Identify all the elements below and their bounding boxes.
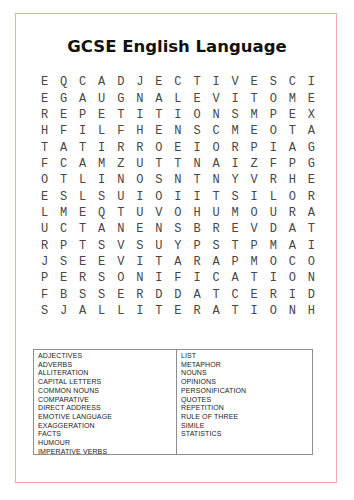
grid-cell: L bbox=[92, 303, 111, 319]
grid-cell: A bbox=[73, 90, 92, 106]
grid-cell: Z bbox=[111, 156, 130, 172]
grid-cell: R bbox=[130, 286, 149, 302]
grid-cell: N bbox=[168, 123, 187, 139]
grid-cell: G bbox=[54, 90, 73, 106]
grid-cell: P bbox=[35, 270, 54, 286]
word-bank-item: CAPITAL LETTERS bbox=[38, 378, 176, 387]
grid-cell: O bbox=[111, 270, 130, 286]
grid-cell: T bbox=[149, 303, 168, 319]
grid-cell: L bbox=[35, 205, 54, 221]
grid-cell: E bbox=[149, 123, 168, 139]
grid-cell: B bbox=[54, 286, 73, 302]
grid-cell: T bbox=[54, 172, 73, 188]
word-bank-item: EXAGGERATION bbox=[38, 422, 176, 431]
word-bank-item: EMOTIVE LANGUAGE bbox=[38, 413, 176, 422]
grid-cell: L bbox=[73, 172, 92, 188]
grid-cell: N bbox=[207, 172, 226, 188]
grid-cell: M bbox=[226, 123, 245, 139]
grid-cell: A bbox=[188, 286, 207, 302]
grid-cell: U bbox=[111, 188, 130, 204]
grid-cell: S bbox=[54, 188, 73, 204]
grid-cell: I bbox=[73, 123, 92, 139]
grid-cell: H bbox=[283, 172, 302, 188]
grid-cell: S bbox=[92, 188, 111, 204]
grid-cell: I bbox=[226, 90, 245, 106]
grid-cell: V bbox=[245, 172, 264, 188]
grid-cell: A bbox=[302, 123, 321, 139]
grid-cell: R bbox=[302, 188, 321, 204]
word-bank-item: SIMILE bbox=[181, 422, 312, 431]
grid-cell: O bbox=[283, 270, 302, 286]
grid-cell: S bbox=[92, 237, 111, 253]
grid-cell: O bbox=[302, 254, 321, 270]
grid-cell: E bbox=[188, 90, 207, 106]
word-bank-item: FACTS bbox=[38, 430, 176, 439]
word-bank-item: PERSONIFICATION bbox=[181, 387, 312, 396]
grid-cell: T bbox=[73, 237, 92, 253]
grid-cell: S bbox=[54, 254, 73, 270]
grid-cell: A bbox=[207, 156, 226, 172]
grid-cell: J bbox=[54, 303, 73, 319]
grid-cell: I bbox=[245, 188, 264, 204]
grid-cell: S bbox=[92, 270, 111, 286]
grid-cell: E bbox=[283, 107, 302, 123]
grid-cell: E bbox=[302, 90, 321, 106]
grid-cell: C bbox=[283, 74, 302, 90]
grid-cell: S bbox=[264, 74, 283, 90]
grid-cell: N bbox=[130, 270, 149, 286]
grid-cell: O bbox=[283, 188, 302, 204]
grid-cell: T bbox=[149, 156, 168, 172]
grid-cell: E bbox=[168, 303, 187, 319]
grid-cell: I bbox=[302, 74, 321, 90]
grid-cell: E bbox=[226, 221, 245, 237]
grid-cell: L bbox=[264, 188, 283, 204]
grid-cell: I bbox=[149, 270, 168, 286]
grid-cell: N bbox=[283, 303, 302, 319]
grid-cell: R bbox=[130, 139, 149, 155]
grid-cell: T bbox=[302, 221, 321, 237]
word-bank-item: ALLITERATION bbox=[38, 369, 176, 378]
grid-cell: A bbox=[92, 221, 111, 237]
grid-cell: E bbox=[245, 123, 264, 139]
grid-cell: S bbox=[226, 188, 245, 204]
grid-cell: F bbox=[54, 123, 73, 139]
word-bank-item: DIRECT ADDRESS bbox=[38, 404, 176, 413]
letter-grid: EQCADJECTIVESCIEGAUGNALEVITOMEREPETITION… bbox=[35, 74, 321, 319]
grid-cell: E bbox=[92, 107, 111, 123]
grid-cell: L bbox=[73, 188, 92, 204]
grid-cell: I bbox=[245, 303, 264, 319]
grid-cell: M bbox=[245, 254, 264, 270]
grid-cell: I bbox=[188, 188, 207, 204]
grid-cell: B bbox=[188, 221, 207, 237]
word-bank-item: REPETITION bbox=[181, 404, 312, 413]
grid-cell: A bbox=[149, 90, 168, 106]
grid-cell: T bbox=[207, 286, 226, 302]
grid-cell: U bbox=[149, 237, 168, 253]
grid-cell: D bbox=[168, 286, 187, 302]
grid-cell: I bbox=[168, 107, 187, 123]
grid-cell: E bbox=[149, 74, 168, 90]
grid-cell: E bbox=[130, 221, 149, 237]
grid-cell: I bbox=[130, 188, 149, 204]
grid-cell: F bbox=[111, 123, 130, 139]
grid-cell: T bbox=[111, 107, 130, 123]
word-bank-item: LIST bbox=[181, 352, 312, 361]
grid-cell: P bbox=[245, 139, 264, 155]
grid-cell: C bbox=[226, 286, 245, 302]
grid-cell: H bbox=[35, 123, 54, 139]
grid-cell: A bbox=[283, 139, 302, 155]
grid-cell: E bbox=[92, 254, 111, 270]
grid-cell: P bbox=[264, 107, 283, 123]
grid-cell: N bbox=[130, 90, 149, 106]
grid-cell: T bbox=[226, 303, 245, 319]
grid-cell: O bbox=[207, 139, 226, 155]
grid-cell: N bbox=[111, 172, 130, 188]
grid-cell: P bbox=[54, 237, 73, 253]
grid-cell: H bbox=[130, 123, 149, 139]
grid-cell: N bbox=[111, 221, 130, 237]
grid-cell: A bbox=[73, 303, 92, 319]
grid-cell: U bbox=[264, 205, 283, 221]
grid-cell: S bbox=[130, 237, 149, 253]
grid-cell: R bbox=[35, 107, 54, 123]
grid-cell: E bbox=[73, 254, 92, 270]
page-title: GCSE English Language bbox=[0, 37, 354, 56]
grid-cell: G bbox=[302, 139, 321, 155]
grid-cell: Q bbox=[92, 205, 111, 221]
grid-cell: T bbox=[73, 139, 92, 155]
grid-cell: Y bbox=[226, 172, 245, 188]
grid-cell: H bbox=[302, 303, 321, 319]
grid-cell: I bbox=[264, 139, 283, 155]
grid-cell: M bbox=[245, 107, 264, 123]
word-bank-item: METAPHOR bbox=[181, 361, 312, 370]
grid-cell: S bbox=[35, 303, 54, 319]
grid-cell: E bbox=[111, 286, 130, 302]
grid-cell: N bbox=[207, 107, 226, 123]
grid-cell: E bbox=[245, 74, 264, 90]
grid-cell: N bbox=[149, 221, 168, 237]
grid-cell: O bbox=[130, 172, 149, 188]
grid-cell: R bbox=[207, 221, 226, 237]
grid-cell: U bbox=[92, 90, 111, 106]
grid-cell: A bbox=[207, 254, 226, 270]
grid-cell: V bbox=[226, 74, 245, 90]
word-bank-item: COMMON NOUNS bbox=[38, 387, 176, 396]
grid-cell: U bbox=[130, 156, 149, 172]
grid-cell: Y bbox=[168, 237, 187, 253]
grid-cell: R bbox=[264, 172, 283, 188]
grid-cell: P bbox=[188, 237, 207, 253]
grid-cell: S bbox=[149, 172, 168, 188]
grid-cell: L bbox=[168, 90, 187, 106]
grid-cell: P bbox=[283, 156, 302, 172]
grid-cell: I bbox=[130, 303, 149, 319]
grid-cell: M bbox=[283, 90, 302, 106]
grid-cell: R bbox=[226, 139, 245, 155]
grid-cell: A bbox=[283, 237, 302, 253]
word-bank-item: IMPERATIVE VERBS bbox=[38, 448, 176, 457]
grid-cell: X bbox=[302, 107, 321, 123]
grid-cell: T bbox=[245, 90, 264, 106]
grid-cell: I bbox=[168, 188, 187, 204]
grid-cell: U bbox=[207, 205, 226, 221]
grid-cell: R bbox=[264, 286, 283, 302]
grid-cell: O bbox=[168, 205, 187, 221]
grid-cell: R bbox=[73, 270, 92, 286]
grid-cell: T bbox=[149, 107, 168, 123]
grid-cell: A bbox=[73, 156, 92, 172]
word-bank-item: HUMOUR bbox=[38, 439, 176, 448]
grid-cell: J bbox=[130, 74, 149, 90]
grid-cell: C bbox=[54, 221, 73, 237]
word-bank-item: QUOTES bbox=[181, 396, 312, 405]
grid-cell: O bbox=[264, 303, 283, 319]
grid-cell: I bbox=[302, 237, 321, 253]
grid-cell: F bbox=[35, 286, 54, 302]
grid-cell: P bbox=[245, 237, 264, 253]
grid-cell: E bbox=[245, 286, 264, 302]
grid-cell: O bbox=[149, 139, 168, 155]
grid-cell: L bbox=[92, 123, 111, 139]
word-bank-item: COMPARATIVE bbox=[38, 396, 176, 405]
grid-cell: T bbox=[226, 237, 245, 253]
grid-cell: S bbox=[188, 123, 207, 139]
grid-cell: E bbox=[54, 107, 73, 123]
grid-cell: G bbox=[111, 90, 130, 106]
grid-cell: C bbox=[283, 254, 302, 270]
grid-cell: E bbox=[168, 139, 187, 155]
grid-cell: S bbox=[226, 107, 245, 123]
grid-cell: V bbox=[111, 254, 130, 270]
grid-cell: N bbox=[302, 270, 321, 286]
grid-cell: T bbox=[188, 172, 207, 188]
grid-cell: C bbox=[207, 270, 226, 286]
grid-cell: R bbox=[111, 139, 130, 155]
grid-cell: J bbox=[35, 254, 54, 270]
grid-cell: A bbox=[54, 139, 73, 155]
grid-cell: N bbox=[188, 156, 207, 172]
grid-cell: M bbox=[264, 237, 283, 253]
grid-cell: G bbox=[302, 156, 321, 172]
grid-cell: I bbox=[226, 156, 245, 172]
grid-cell: H bbox=[188, 205, 207, 221]
grid-cell: L bbox=[111, 303, 130, 319]
word-bank-item: ADJECTIVES bbox=[38, 352, 176, 361]
grid-cell: U bbox=[130, 205, 149, 221]
grid-cell: P bbox=[226, 254, 245, 270]
grid-cell: Z bbox=[245, 156, 264, 172]
grid-cell: D bbox=[302, 286, 321, 302]
grid-cell: I bbox=[92, 172, 111, 188]
grid-cell: I bbox=[207, 74, 226, 90]
grid-cell: D bbox=[264, 221, 283, 237]
grid-cell: M bbox=[226, 205, 245, 221]
grid-cell: O bbox=[264, 123, 283, 139]
grid-cell: S bbox=[92, 286, 111, 302]
grid-cell: C bbox=[168, 74, 187, 90]
grid-cell: C bbox=[54, 156, 73, 172]
grid-cell: A bbox=[207, 303, 226, 319]
word-bank-item: ADVERBS bbox=[38, 361, 176, 370]
grid-cell: T bbox=[149, 254, 168, 270]
grid-cell: S bbox=[73, 286, 92, 302]
grid-cell: N bbox=[168, 172, 187, 188]
grid-cell: C bbox=[207, 123, 226, 139]
grid-cell: S bbox=[207, 237, 226, 253]
grid-cell: R bbox=[35, 237, 54, 253]
grid-cell: O bbox=[149, 188, 168, 204]
word-bank-item: NOUNS bbox=[181, 369, 312, 378]
grid-cell: E bbox=[73, 205, 92, 221]
grid-cell: V bbox=[207, 90, 226, 106]
grid-cell: V bbox=[245, 221, 264, 237]
grid-cell: V bbox=[111, 237, 130, 253]
grid-cell: E bbox=[35, 90, 54, 106]
grid-cell: R bbox=[188, 303, 207, 319]
word-bank-item: RULE OF THREE bbox=[181, 413, 312, 422]
grid-cell: F bbox=[264, 156, 283, 172]
grid-cell: A bbox=[283, 221, 302, 237]
grid-cell: R bbox=[283, 205, 302, 221]
grid-cell: D bbox=[149, 286, 168, 302]
grid-cell: I bbox=[188, 270, 207, 286]
grid-cell: S bbox=[168, 221, 187, 237]
grid-cell: P bbox=[73, 107, 92, 123]
grid-cell: E bbox=[302, 172, 321, 188]
grid-cell: I bbox=[130, 254, 149, 270]
grid-cell: O bbox=[264, 90, 283, 106]
grid-cell: F bbox=[168, 270, 187, 286]
grid-cell: T bbox=[111, 205, 130, 221]
grid-cell: T bbox=[73, 221, 92, 237]
word-bank: ADJECTIVESADVERBSALLITERATIONCAPITAL LET… bbox=[33, 349, 313, 455]
grid-cell: O bbox=[188, 107, 207, 123]
word-bank-left-column: ADJECTIVESADVERBSALLITERATIONCAPITAL LET… bbox=[34, 350, 177, 454]
grid-cell: T bbox=[35, 139, 54, 155]
word-bank-item: OPINIONS bbox=[181, 378, 312, 387]
grid-cell: U bbox=[35, 221, 54, 237]
grid-cell: R bbox=[188, 254, 207, 270]
grid-cell: M bbox=[92, 156, 111, 172]
grid-cell: O bbox=[245, 205, 264, 221]
grid-cell: A bbox=[168, 254, 187, 270]
grid-cell: C bbox=[73, 74, 92, 90]
grid-cell: V bbox=[149, 205, 168, 221]
grid-cell: I bbox=[130, 107, 149, 123]
word-bank-right-column: LISTMETAPHORNOUNSOPINIONSPERSONIFICATION… bbox=[177, 350, 312, 454]
grid-cell: A bbox=[226, 270, 245, 286]
grid-cell: O bbox=[264, 254, 283, 270]
grid-cell: E bbox=[54, 270, 73, 286]
grid-cell: T bbox=[207, 188, 226, 204]
grid-cell: F bbox=[35, 156, 54, 172]
grid-cell: Q bbox=[54, 74, 73, 90]
grid-cell: A bbox=[92, 74, 111, 90]
grid-cell: T bbox=[188, 74, 207, 90]
grid-cell: E bbox=[35, 74, 54, 90]
grid-cell: T bbox=[168, 156, 187, 172]
grid-cell: I bbox=[188, 139, 207, 155]
word-bank-item: STATISTICS bbox=[181, 430, 312, 439]
grid-cell: T bbox=[245, 270, 264, 286]
grid-cell: T bbox=[283, 123, 302, 139]
grid-cell: M bbox=[54, 205, 73, 221]
grid-cell: D bbox=[111, 74, 130, 90]
grid-cell: I bbox=[264, 270, 283, 286]
grid-cell: A bbox=[302, 205, 321, 221]
grid-cell: O bbox=[35, 172, 54, 188]
grid-cell: I bbox=[92, 139, 111, 155]
grid-cell: E bbox=[35, 188, 54, 204]
grid-cell: I bbox=[283, 286, 302, 302]
